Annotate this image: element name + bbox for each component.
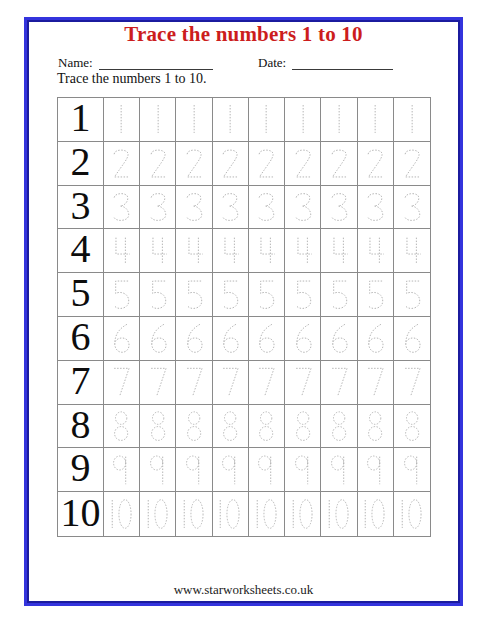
trace-cell (140, 492, 176, 536)
dotted-digit-10 (289, 497, 317, 531)
dotted-digit-2 (400, 146, 424, 180)
dotted-digit-5 (291, 278, 315, 312)
trace-cell (394, 492, 430, 536)
dotted-digit-7 (254, 365, 278, 399)
dotted-digit-1 (254, 102, 278, 136)
trace-cell (394, 448, 430, 492)
solid-number-cell: 7 (58, 361, 104, 405)
solid-number-cell: 1 (58, 98, 104, 142)
dotted-digit-1 (327, 102, 351, 136)
trace-cell (104, 492, 140, 536)
trace-cell (321, 317, 357, 361)
trace-cell (358, 142, 394, 186)
trace-cell (140, 448, 176, 492)
trace-cell (285, 448, 321, 492)
trace-cell (321, 142, 357, 186)
trace-cell (104, 273, 140, 317)
trace-cell (213, 361, 249, 405)
trace-cell (285, 98, 321, 142)
name-label: Name: (58, 55, 93, 71)
dotted-digit-8 (182, 409, 206, 443)
dotted-digit-9 (363, 453, 387, 487)
trace-cell (104, 98, 140, 142)
dotted-digit-10 (216, 497, 244, 531)
trace-cell (249, 405, 285, 449)
date-label: Date: (258, 55, 286, 71)
trace-cell (394, 229, 430, 273)
trace-cell (285, 492, 321, 536)
dotted-digit-7 (291, 365, 315, 399)
dotted-digit-6 (254, 321, 278, 355)
trace-cell (321, 448, 357, 492)
dotted-digit-1 (146, 102, 170, 136)
trace-cell (358, 405, 394, 449)
dotted-digit-1 (182, 102, 206, 136)
trace-cell (394, 405, 430, 449)
dotted-digit-4 (146, 234, 170, 268)
trace-cell (394, 317, 430, 361)
trace-cell (104, 448, 140, 492)
dotted-digit-4 (254, 234, 278, 268)
trace-cell (321, 98, 357, 142)
trace-cell (213, 273, 249, 317)
worksheet-page: Trace the numbers 1 to 10 Name: Date: Tr… (0, 0, 485, 628)
dotted-digit-5 (218, 278, 242, 312)
dotted-digit-9 (400, 453, 424, 487)
dotted-digit-8 (109, 409, 133, 443)
dotted-digit-9 (254, 453, 278, 487)
trace-cell (394, 186, 430, 230)
trace-cell (176, 361, 212, 405)
trace-cell (176, 492, 212, 536)
trace-cell (176, 317, 212, 361)
dotted-digit-4 (109, 234, 133, 268)
trace-cell (213, 229, 249, 273)
trace-cell (104, 142, 140, 186)
name-fill-line (99, 69, 213, 70)
dotted-digit-1 (363, 102, 387, 136)
trace-cell (176, 186, 212, 230)
trace-cell (249, 229, 285, 273)
dotted-digit-2 (254, 146, 278, 180)
dotted-digit-8 (327, 409, 351, 443)
trace-cell (140, 142, 176, 186)
trace-cell (285, 273, 321, 317)
solid-number-cell: 6 (58, 317, 104, 361)
dotted-digit-5 (363, 278, 387, 312)
trace-cell (104, 317, 140, 361)
dotted-digit-4 (182, 234, 206, 268)
dotted-digit-1 (109, 102, 133, 136)
trace-cell (249, 186, 285, 230)
dotted-digit-6 (400, 321, 424, 355)
dotted-digit-4 (400, 234, 424, 268)
trace-cell (213, 142, 249, 186)
trace-cell (213, 448, 249, 492)
trace-cell (104, 405, 140, 449)
dotted-digit-2 (109, 146, 133, 180)
dotted-digit-9 (109, 453, 133, 487)
dotted-digit-2 (363, 146, 387, 180)
dotted-digit-2 (291, 146, 315, 180)
solid-number-cell: 5 (58, 273, 104, 317)
dotted-digit-8 (146, 409, 170, 443)
trace-cell (358, 98, 394, 142)
dotted-digit-1 (218, 102, 242, 136)
dotted-digit-3 (327, 190, 351, 224)
dotted-digit-8 (363, 409, 387, 443)
trace-cell (321, 229, 357, 273)
dotted-digit-2 (327, 146, 351, 180)
trace-cell (213, 405, 249, 449)
trace-cell (104, 229, 140, 273)
dotted-digit-4 (327, 234, 351, 268)
dotted-digit-3 (182, 190, 206, 224)
dotted-digit-8 (218, 409, 242, 443)
dotted-digit-5 (182, 278, 206, 312)
dotted-digit-8 (291, 409, 315, 443)
solid-number-cell: 2 (58, 142, 104, 186)
dotted-digit-3 (109, 190, 133, 224)
dotted-digit-5 (146, 278, 170, 312)
trace-cell (249, 142, 285, 186)
dotted-digit-4 (291, 234, 315, 268)
trace-cell (358, 186, 394, 230)
dotted-digit-9 (146, 453, 170, 487)
solid-number-cell: 3 (58, 186, 104, 230)
solid-number-cell: 10 (58, 492, 104, 536)
trace-cell (176, 98, 212, 142)
trace-cell (285, 361, 321, 405)
dotted-digit-3 (400, 190, 424, 224)
dotted-digit-7 (146, 365, 170, 399)
trace-cell (358, 361, 394, 405)
trace-cell (213, 492, 249, 536)
worksheet-title: Trace the numbers 1 to 10 (24, 22, 463, 47)
trace-cell (140, 405, 176, 449)
dotted-digit-2 (146, 146, 170, 180)
trace-cell (140, 361, 176, 405)
trace-cell (321, 405, 357, 449)
dotted-digit-10 (180, 497, 208, 531)
dotted-digit-2 (182, 146, 206, 180)
dotted-digit-2 (218, 146, 242, 180)
dotted-digit-6 (218, 321, 242, 355)
trace-grid: 12345678910 (57, 97, 431, 537)
trace-cell (358, 273, 394, 317)
dotted-digit-8 (254, 409, 278, 443)
trace-cell (140, 229, 176, 273)
trace-cell (249, 361, 285, 405)
dotted-digit-10 (361, 497, 389, 531)
dotted-digit-5 (109, 278, 133, 312)
trace-cell (358, 317, 394, 361)
date-fill-line (292, 69, 393, 70)
trace-cell (176, 229, 212, 273)
trace-cell (249, 98, 285, 142)
dotted-digit-7 (327, 365, 351, 399)
trace-cell (285, 229, 321, 273)
trace-cell (140, 317, 176, 361)
trace-cell (285, 186, 321, 230)
dotted-digit-7 (400, 365, 424, 399)
dotted-digit-6 (363, 321, 387, 355)
trace-cell (394, 361, 430, 405)
dotted-digit-9 (218, 453, 242, 487)
trace-cell (285, 405, 321, 449)
instruction-text: Trace the numbers 1 to 10. (57, 71, 207, 87)
footer-url: www.starworksheets.co.uk (24, 582, 463, 598)
trace-cell (176, 142, 212, 186)
solid-number-cell: 8 (58, 405, 104, 449)
dotted-digit-10 (325, 497, 353, 531)
trace-cell (321, 492, 357, 536)
trace-cell (321, 361, 357, 405)
dotted-digit-4 (218, 234, 242, 268)
dotted-digit-3 (218, 190, 242, 224)
trace-cell (394, 98, 430, 142)
trace-cell (140, 186, 176, 230)
trace-cell (249, 448, 285, 492)
dotted-digit-9 (291, 453, 315, 487)
dotted-digit-5 (400, 278, 424, 312)
trace-cell (140, 273, 176, 317)
dotted-digit-1 (400, 102, 424, 136)
trace-cell (321, 186, 357, 230)
dotted-digit-3 (146, 190, 170, 224)
trace-cell (285, 142, 321, 186)
dotted-digit-10 (398, 497, 426, 531)
trace-cell (176, 405, 212, 449)
dotted-digit-9 (327, 453, 351, 487)
solid-number-cell: 4 (58, 229, 104, 273)
trace-cell (394, 142, 430, 186)
dotted-digit-6 (182, 321, 206, 355)
dotted-digit-7 (182, 365, 206, 399)
dotted-digit-7 (363, 365, 387, 399)
dotted-digit-10 (108, 497, 136, 531)
dotted-digit-8 (400, 409, 424, 443)
trace-cell (358, 229, 394, 273)
dotted-digit-3 (254, 190, 278, 224)
dotted-digit-5 (327, 278, 351, 312)
dotted-digit-6 (327, 321, 351, 355)
trace-cell (249, 273, 285, 317)
trace-cell (249, 317, 285, 361)
dotted-digit-9 (182, 453, 206, 487)
dotted-digit-5 (254, 278, 278, 312)
dotted-digit-6 (291, 321, 315, 355)
dotted-digit-6 (109, 321, 133, 355)
dotted-digit-6 (146, 321, 170, 355)
dotted-digit-10 (144, 497, 172, 531)
trace-cell (321, 273, 357, 317)
trace-cell (394, 273, 430, 317)
solid-number-cell: 9 (58, 448, 104, 492)
dotted-digit-10 (253, 497, 281, 531)
trace-cell (358, 492, 394, 536)
trace-cell (213, 317, 249, 361)
dotted-digit-1 (291, 102, 315, 136)
trace-cell (140, 98, 176, 142)
dotted-digit-4 (363, 234, 387, 268)
dotted-digit-3 (291, 190, 315, 224)
trace-cell (104, 186, 140, 230)
trace-cell (176, 448, 212, 492)
dotted-digit-3 (363, 190, 387, 224)
trace-cell (104, 361, 140, 405)
trace-cell (213, 186, 249, 230)
trace-cell (249, 492, 285, 536)
trace-cell (176, 273, 212, 317)
trace-cell (358, 448, 394, 492)
trace-cell (285, 317, 321, 361)
trace-cell (213, 98, 249, 142)
dotted-digit-7 (218, 365, 242, 399)
dotted-digit-7 (109, 365, 133, 399)
